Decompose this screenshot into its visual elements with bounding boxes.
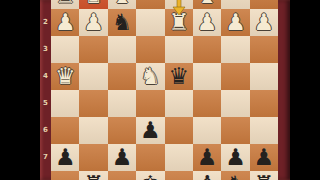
square-b1[interactable] bbox=[221, 0, 249, 9]
rank-label-4: 4 bbox=[41, 72, 50, 81]
square-h6[interactable] bbox=[51, 117, 79, 144]
rank-label-2: 2 bbox=[41, 18, 50, 27]
square-a5[interactable] bbox=[250, 90, 278, 117]
piece-wP-h2[interactable]: ♟ bbox=[51, 9, 79, 36]
square-f4[interactable] bbox=[108, 63, 136, 90]
square-c5[interactable] bbox=[193, 90, 221, 117]
square-f8[interactable] bbox=[108, 171, 136, 180]
square-a2[interactable]: ♟ bbox=[250, 9, 278, 36]
piece-bP-b7[interactable]: ♟ bbox=[221, 144, 249, 171]
square-e8[interactable]: ♚ bbox=[136, 171, 164, 180]
square-e5[interactable] bbox=[136, 90, 164, 117]
video-frame: ♜♚♝♝♟♟♞♜♟♟♟♛♞♛♟♟♟♟♟♟♜♚♝♞♜ 12345678 bbox=[0, 0, 320, 180]
square-d7[interactable] bbox=[165, 144, 193, 171]
square-c8[interactable]: ♝ bbox=[193, 171, 221, 180]
square-c3[interactable] bbox=[193, 36, 221, 63]
square-g5[interactable] bbox=[79, 90, 107, 117]
square-a8[interactable]: ♜ bbox=[250, 171, 278, 180]
square-a6[interactable] bbox=[250, 117, 278, 144]
square-e3[interactable] bbox=[136, 36, 164, 63]
square-a1[interactable] bbox=[250, 0, 278, 9]
piece-bR-g8[interactable]: ♜ bbox=[79, 171, 107, 180]
square-f5[interactable] bbox=[108, 90, 136, 117]
square-b4[interactable] bbox=[221, 63, 249, 90]
square-g3[interactable] bbox=[79, 36, 107, 63]
piece-wR-h1[interactable]: ♜ bbox=[51, 0, 79, 9]
square-e2[interactable] bbox=[136, 9, 164, 36]
square-f3[interactable] bbox=[108, 36, 136, 63]
square-h5[interactable] bbox=[51, 90, 79, 117]
square-h7[interactable]: ♟ bbox=[51, 144, 79, 171]
square-e1[interactable] bbox=[136, 0, 164, 9]
piece-wP-c2[interactable]: ♟ bbox=[193, 9, 221, 36]
piece-bN-b8[interactable]: ♞ bbox=[221, 171, 249, 180]
piece-wQ-h4[interactable]: ♛ bbox=[51, 63, 79, 90]
square-g2[interactable]: ♟ bbox=[79, 9, 107, 36]
piece-bP-c7[interactable]: ♟ bbox=[193, 144, 221, 171]
square-e6[interactable]: ♟ bbox=[136, 117, 164, 144]
piece-bP-e6[interactable]: ♟ bbox=[136, 117, 164, 144]
square-a3[interactable] bbox=[250, 36, 278, 63]
piece-bB-c8[interactable]: ♝ bbox=[193, 171, 221, 180]
square-f6[interactable] bbox=[108, 117, 136, 144]
square-f7[interactable]: ♟ bbox=[108, 144, 136, 171]
letterbox-left bbox=[0, 0, 40, 180]
square-d5[interactable] bbox=[165, 90, 193, 117]
square-b7[interactable]: ♟ bbox=[221, 144, 249, 171]
piece-wP-g2[interactable]: ♟ bbox=[79, 9, 107, 36]
square-g4[interactable] bbox=[79, 63, 107, 90]
square-a4[interactable] bbox=[250, 63, 278, 90]
square-b6[interactable] bbox=[221, 117, 249, 144]
piece-wK-g1[interactable]: ♚ bbox=[79, 0, 107, 9]
square-g8[interactable]: ♜ bbox=[79, 171, 107, 180]
square-b5[interactable] bbox=[221, 90, 249, 117]
square-b8[interactable]: ♞ bbox=[221, 171, 249, 180]
square-c7[interactable]: ♟ bbox=[193, 144, 221, 171]
piece-bN-f2[interactable]: ♞ bbox=[108, 9, 136, 36]
square-h2[interactable]: ♟ bbox=[51, 9, 79, 36]
square-f2[interactable]: ♞ bbox=[108, 9, 136, 36]
chess-board: ♜♚♝♝♟♟♞♜♟♟♟♛♞♛♟♟♟♟♟♟♜♚♝♞♜ bbox=[51, 0, 278, 180]
square-h1[interactable]: ♜ bbox=[51, 0, 79, 9]
square-d4[interactable]: ♛ bbox=[165, 63, 193, 90]
rank-label-6: 6 bbox=[41, 126, 50, 135]
rank-label-5: 5 bbox=[41, 99, 50, 108]
move-arrow bbox=[172, 0, 186, 15]
piece-bR-a8[interactable]: ♜ bbox=[250, 171, 278, 180]
piece-bP-f7[interactable]: ♟ bbox=[108, 144, 136, 171]
square-g6[interactable] bbox=[79, 117, 107, 144]
square-c6[interactable] bbox=[193, 117, 221, 144]
square-a7[interactable]: ♟ bbox=[250, 144, 278, 171]
piece-wN-e4[interactable]: ♞ bbox=[136, 63, 164, 90]
square-h4[interactable]: ♛ bbox=[51, 63, 79, 90]
square-c4[interactable] bbox=[193, 63, 221, 90]
piece-wB-f1[interactable]: ♝ bbox=[108, 0, 136, 9]
square-e7[interactable] bbox=[136, 144, 164, 171]
square-b2[interactable]: ♟ bbox=[221, 9, 249, 36]
piece-wP-b2[interactable]: ♟ bbox=[221, 9, 249, 36]
rank-label-7: 7 bbox=[41, 153, 50, 162]
square-d6[interactable] bbox=[165, 117, 193, 144]
square-c2[interactable]: ♟ bbox=[193, 9, 221, 36]
rank-label-3: 3 bbox=[41, 45, 50, 54]
piece-bQ-d4[interactable]: ♛ bbox=[165, 63, 193, 90]
square-h8[interactable] bbox=[51, 171, 79, 180]
piece-bK-e8[interactable]: ♚ bbox=[136, 171, 164, 180]
square-e4[interactable]: ♞ bbox=[136, 63, 164, 90]
square-c1[interactable]: ♝ bbox=[193, 0, 221, 9]
square-h3[interactable] bbox=[51, 36, 79, 63]
piece-bP-a7[interactable]: ♟ bbox=[250, 144, 278, 171]
square-g7[interactable] bbox=[79, 144, 107, 171]
letterbox-right bbox=[290, 0, 320, 180]
square-d8[interactable] bbox=[165, 171, 193, 180]
piece-wB-c1[interactable]: ♝ bbox=[193, 0, 221, 9]
piece-bP-h7[interactable]: ♟ bbox=[51, 144, 79, 171]
piece-wP-a2[interactable]: ♟ bbox=[250, 9, 278, 36]
square-d3[interactable] bbox=[165, 36, 193, 63]
square-b3[interactable] bbox=[221, 36, 249, 63]
square-g1[interactable]: ♚ bbox=[79, 0, 107, 9]
square-f1[interactable]: ♝ bbox=[108, 0, 136, 9]
